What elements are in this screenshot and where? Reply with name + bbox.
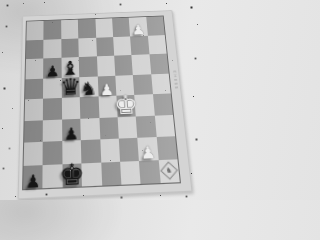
chess-piece-black-knight-d5: ♞ — [79, 76, 98, 97]
chess-piece-black-pawn-a1: ♟ — [23, 165, 43, 190]
white-pawn-glyph: ♟ — [131, 24, 145, 36]
chess-piece-black-bishop-c6: ♝ — [61, 57, 79, 77]
black-bishop-glyph: ♝ — [61, 61, 80, 78]
chess-piece-white-pawn-g8: ♟ — [129, 17, 148, 36]
pieces-layer: ♟♟♝♛♞♟♚♟♟♟♚ — [23, 16, 180, 189]
chess-piece-white-pawn-e5: ♟ — [97, 75, 116, 96]
black-pawn-glyph: ♟ — [45, 65, 59, 78]
board-edge-brand-text: CHESS — [172, 71, 179, 91]
photo-grain — [0, 0, 1, 1]
black-pawn-glyph: ♟ — [64, 127, 79, 141]
chess-piece-black-pawn-b6: ♟ — [44, 58, 62, 78]
chess-piece-white-pawn-g2: ♟ — [138, 137, 159, 160]
chess-board: ♟♟♝♛♞♟♚♟♟♟♚ ♞ — [23, 16, 180, 189]
chess-piece-black-king-c1: ♚ — [62, 163, 82, 187]
black-knight-glyph: ♞ — [80, 82, 97, 98]
chess-piece-white-king-f4: ♚ — [116, 95, 136, 117]
chess-piece-black-pawn-c3: ♟ — [62, 118, 81, 141]
chess-piece-black-queen-c5: ♛ — [61, 77, 79, 98]
chess-board-sheet: ♟♟♝♛♞♟♚♟♟♟♚ ♞ CHESS — [17, 10, 192, 199]
black-queen-glyph: ♛ — [60, 78, 82, 98]
black-king-glyph: ♚ — [59, 162, 85, 187]
white-pawn-glyph: ♟ — [100, 83, 115, 96]
black-pawn-glyph: ♟ — [25, 174, 40, 189]
white-pawn-glyph: ♟ — [140, 146, 156, 161]
white-king-glyph: ♚ — [113, 94, 139, 117]
chessboard-photo: ♟♟♝♛♞♟♚♟♟♟♚ ♞ CHESS — [0, 0, 200, 200]
